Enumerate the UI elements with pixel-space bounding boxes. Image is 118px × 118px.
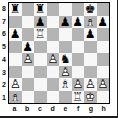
- rank-label-5: 5: [0, 40, 8, 53]
- square-h6[interactable]: [97, 28, 110, 41]
- square-a5[interactable]: [9, 41, 22, 54]
- square-f2[interactable]: ♟♙: [72, 78, 85, 91]
- square-d4[interactable]: ♟♙: [47, 53, 60, 66]
- square-b4[interactable]: ♟♙: [22, 53, 35, 66]
- file-label-d: d: [46, 105, 59, 116]
- piece-outline: ♙: [9, 78, 22, 91]
- square-g5[interactable]: [84, 41, 97, 54]
- square-g4[interactable]: [84, 53, 97, 66]
- piece-body: ♟: [59, 16, 72, 29]
- black-knight[interactable]: ♞: [59, 53, 72, 66]
- piece-body: ♞: [59, 53, 72, 66]
- square-a8[interactable]: ♜: [9, 3, 22, 16]
- rank-label-6: 6: [0, 28, 8, 41]
- piece-outline: ♗: [59, 78, 72, 91]
- rank-labels: 87654321: [0, 2, 8, 104]
- square-d7[interactable]: [47, 16, 60, 29]
- file-label-a: a: [8, 105, 21, 116]
- square-g6[interactable]: ♟: [84, 28, 97, 41]
- piece-outline: ♙: [72, 78, 85, 91]
- piece-outline: ♙: [22, 53, 35, 66]
- black-pawn[interactable]: ♟: [59, 16, 72, 29]
- black-rook[interactable]: ♜: [34, 3, 47, 16]
- chess-diagram: ♜♜♚♟♟♟♝♗♟♟♜♖♟♟♟♙♟♙♞♟♙♟♙♝♗♟♙♟♙♟♙♝♗♜♖♚♔ 87…: [0, 0, 118, 118]
- black-rook[interactable]: ♜: [9, 3, 22, 16]
- square-f7[interactable]: ♟: [72, 16, 85, 29]
- file-label-c: c: [34, 105, 47, 116]
- square-b3[interactable]: [22, 66, 35, 79]
- white-pawn[interactable]: ♟♙: [72, 78, 85, 91]
- square-d6[interactable]: [47, 28, 60, 41]
- square-f4[interactable]: [72, 53, 85, 66]
- file-label-h: h: [97, 105, 110, 116]
- square-f5[interactable]: [72, 41, 85, 54]
- white-pawn[interactable]: ♟♙: [97, 78, 110, 91]
- chess-board[interactable]: ♜♜♚♟♟♟♝♗♟♟♜♖♟♟♟♙♟♙♞♟♙♟♙♝♗♟♙♟♙♟♙♝♗♜♖♚♔: [8, 2, 110, 104]
- square-f8[interactable]: [72, 3, 85, 16]
- piece-outline: ♙: [47, 53, 60, 66]
- file-label-b: b: [21, 105, 34, 116]
- white-king[interactable]: ♚♔: [84, 91, 97, 104]
- square-g2[interactable]: ♟♙: [84, 78, 97, 91]
- white-rook[interactable]: ♜♖: [72, 91, 85, 104]
- square-c1[interactable]: [34, 91, 47, 104]
- piece-outline: ♙: [97, 78, 110, 91]
- white-rook[interactable]: ♜♖: [34, 28, 47, 41]
- square-e4[interactable]: ♞: [59, 53, 72, 66]
- piece-body: ♜: [9, 3, 22, 16]
- square-g1[interactable]: ♚♔: [84, 91, 97, 104]
- square-g8[interactable]: ♚: [84, 3, 97, 16]
- white-bishop[interactable]: ♝♗: [59, 78, 72, 91]
- rank-label-4: 4: [0, 53, 8, 66]
- square-a6[interactable]: ♟: [9, 28, 22, 41]
- piece-body: ♜: [34, 3, 47, 16]
- rank-label-3: 3: [0, 66, 8, 79]
- piece-body: ♚: [84, 3, 97, 16]
- square-b1[interactable]: [22, 91, 35, 104]
- square-h4[interactable]: [97, 53, 110, 66]
- piece-body: ♟: [97, 16, 110, 29]
- square-e7[interactable]: ♟: [59, 16, 72, 29]
- piece-body: ♟: [72, 16, 85, 29]
- square-h1[interactable]: [97, 91, 110, 104]
- square-h5[interactable]: [97, 41, 110, 54]
- square-c3[interactable]: [34, 66, 47, 79]
- square-d8[interactable]: [47, 3, 60, 16]
- black-pawn[interactable]: ♟: [84, 28, 97, 41]
- square-e8[interactable]: [59, 3, 72, 16]
- square-c6[interactable]: ♜♖: [34, 28, 47, 41]
- piece-outline: ♖: [72, 91, 85, 104]
- white-pawn[interactable]: ♟♙: [9, 78, 22, 91]
- piece-outline: ♖: [34, 28, 47, 41]
- rank-label-8: 8: [0, 2, 8, 15]
- white-bishop[interactable]: ♝♗: [9, 91, 22, 104]
- square-f1[interactable]: ♜♖: [72, 91, 85, 104]
- square-h8[interactable]: [97, 3, 110, 16]
- square-b7[interactable]: [22, 16, 35, 29]
- square-h7[interactable]: ♟: [97, 16, 110, 29]
- black-pawn[interactable]: ♟: [97, 16, 110, 29]
- black-pawn[interactable]: ♟: [72, 16, 85, 29]
- file-labels: abcdefgh: [8, 105, 110, 116]
- file-label-g: g: [85, 105, 98, 116]
- white-pawn[interactable]: ♟♙: [22, 53, 35, 66]
- square-b6[interactable]: [22, 28, 35, 41]
- file-label-f: f: [72, 105, 85, 116]
- rank-label-1: 1: [0, 91, 8, 104]
- square-c5[interactable]: [34, 41, 47, 54]
- square-b8[interactable]: [22, 3, 35, 16]
- file-label-e: e: [59, 105, 72, 116]
- black-king[interactable]: ♚: [84, 3, 97, 16]
- square-e6[interactable]: [59, 28, 72, 41]
- square-d2[interactable]: [47, 78, 60, 91]
- square-d3[interactable]: [47, 66, 60, 79]
- square-c2[interactable]: [34, 78, 47, 91]
- square-e2[interactable]: ♝♗: [59, 78, 72, 91]
- rank-label-7: 7: [0, 15, 8, 28]
- square-a2[interactable]: ♟♙: [9, 78, 22, 91]
- square-d1[interactable]: [47, 91, 60, 104]
- piece-outline: ♗: [9, 91, 22, 104]
- square-a4[interactable]: [9, 53, 22, 66]
- piece-body: ♟: [9, 28, 22, 41]
- white-pawn[interactable]: ♟♙: [84, 78, 97, 91]
- white-pawn[interactable]: ♟♙: [47, 53, 60, 66]
- piece-body: ♟: [84, 28, 97, 41]
- piece-outline: ♙: [84, 78, 97, 91]
- square-c8[interactable]: ♜: [34, 3, 47, 16]
- square-h2[interactable]: ♟♙: [97, 78, 110, 91]
- rank-label-2: 2: [0, 79, 8, 92]
- piece-outline: ♔: [84, 91, 97, 104]
- square-e1[interactable]: [59, 91, 72, 104]
- black-pawn[interactable]: ♟: [9, 28, 22, 41]
- square-c4[interactable]: [34, 53, 47, 66]
- square-a1[interactable]: ♝♗: [9, 91, 22, 104]
- square-b2[interactable]: [22, 78, 35, 91]
- square-f6[interactable]: [72, 28, 85, 41]
